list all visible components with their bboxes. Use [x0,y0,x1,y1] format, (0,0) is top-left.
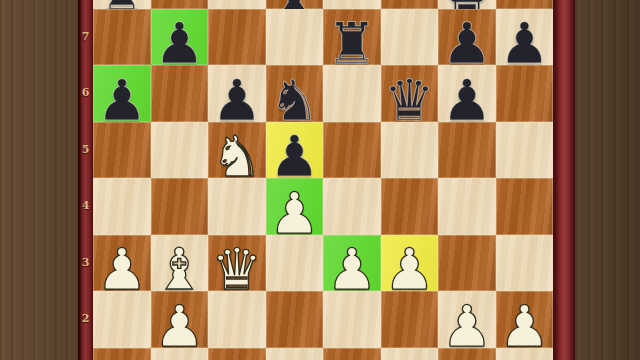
square-d8[interactable]: ♝ [266,0,324,9]
square-e5[interactable] [323,122,381,179]
square-e7[interactable]: ♜ [323,9,381,66]
rank-labels: 765432 [78,0,93,360]
square-a7[interactable] [93,9,151,66]
square-d7[interactable] [266,9,324,66]
white-knight[interactable]: ♞ [211,128,262,185]
white-pawn[interactable]: ♟ [441,298,492,355]
square-d1[interactable] [266,348,324,360]
square-g3[interactable] [438,235,496,292]
square-f5[interactable] [381,122,439,179]
white-pawn[interactable]: ♟ [96,241,147,298]
white-pawn[interactable]: ♟ [269,185,320,242]
square-c7[interactable] [208,9,266,66]
square-b5[interactable] [151,122,209,179]
rank-label-4: 4 [78,199,93,212]
rank-label-7: 7 [78,30,93,43]
rank-label-6: 6 [78,86,93,99]
square-h8[interactable] [496,0,554,9]
square-c4[interactable] [208,178,266,235]
square-e2[interactable] [323,291,381,348]
square-c6[interactable]: ♟ [208,65,266,122]
square-e3[interactable]: ♟ [323,235,381,292]
square-h6[interactable] [496,65,554,122]
square-a5[interactable] [93,122,151,179]
square-e8[interactable] [323,0,381,9]
square-h5[interactable] [496,122,554,179]
black-pawn[interactable]: ♟ [211,72,262,129]
rank-label-2: 2 [78,312,93,325]
black-pawn[interactable]: ♟ [441,15,492,72]
square-g5[interactable] [438,122,496,179]
square-a4[interactable] [93,178,151,235]
black-queen[interactable]: ♛ [384,72,435,129]
square-a3[interactable]: ♟ [93,235,151,292]
square-g4[interactable] [438,178,496,235]
square-e1[interactable] [323,348,381,360]
black-rook[interactable]: ♜ [326,15,377,72]
table-wood-left [0,0,78,360]
rank-label-3: 3 [78,256,93,269]
white-queen[interactable]: ♛ [211,241,262,298]
square-b6[interactable] [151,65,209,122]
white-pawn[interactable]: ♟ [326,241,377,298]
black-pawn[interactable]: ♟ [269,128,320,185]
table-wood-right [575,0,640,360]
black-pawn[interactable]: ♟ [499,15,550,72]
square-g2[interactable]: ♟ [438,291,496,348]
board: ♜♝♚♟♜♟♟♟♟♞♛♟♞♟♟♟♝♛♟♟♟♟♟ [93,0,553,360]
black-knight[interactable]: ♞ [269,72,320,129]
square-d6[interactable]: ♞ [266,65,324,122]
square-g7[interactable]: ♟ [438,9,496,66]
square-h3[interactable] [496,235,554,292]
square-g8[interactable]: ♚ [438,0,496,9]
square-h4[interactable] [496,178,554,235]
square-d5[interactable]: ♟ [266,122,324,179]
black-pawn[interactable]: ♟ [441,72,492,129]
square-c2[interactable] [208,291,266,348]
square-b2[interactable]: ♟ [151,291,209,348]
square-a2[interactable] [93,291,151,348]
square-h1[interactable] [496,348,554,360]
square-d3[interactable] [266,235,324,292]
square-f6[interactable]: ♛ [381,65,439,122]
square-f7[interactable] [381,9,439,66]
white-pawn[interactable]: ♟ [384,241,435,298]
square-h7[interactable]: ♟ [496,9,554,66]
square-b4[interactable] [151,178,209,235]
square-c3[interactable]: ♛ [208,235,266,292]
square-f1[interactable] [381,348,439,360]
square-c1[interactable] [208,348,266,360]
square-f2[interactable] [381,291,439,348]
square-a6[interactable]: ♟ [93,65,151,122]
square-e6[interactable] [323,65,381,122]
square-g6[interactable]: ♟ [438,65,496,122]
square-b3[interactable]: ♝ [151,235,209,292]
board-frame-right [553,0,575,360]
square-f3[interactable]: ♟ [381,235,439,292]
square-b7[interactable]: ♟ [151,9,209,66]
black-pawn[interactable]: ♟ [96,72,147,129]
square-g1[interactable] [438,348,496,360]
rank-label-5: 5 [78,143,93,156]
black-pawn[interactable]: ♟ [154,15,205,72]
square-f8[interactable] [381,0,439,9]
square-d2[interactable] [266,291,324,348]
white-pawn[interactable]: ♟ [499,298,550,355]
white-bishop[interactable]: ♝ [154,241,205,298]
square-h2[interactable]: ♟ [496,291,554,348]
square-c8[interactable] [208,0,266,9]
chess-app-screenshot: ♜♝♚♟♜♟♟♟♟♞♛♟♞♟♟♟♝♛♟♟♟♟♟ 765432 [0,0,640,360]
square-f4[interactable] [381,178,439,235]
square-d4[interactable]: ♟ [266,178,324,235]
square-b8[interactable] [151,0,209,9]
square-a1[interactable] [93,348,151,360]
white-pawn[interactable]: ♟ [154,298,205,355]
square-c5[interactable]: ♞ [208,122,266,179]
square-a8[interactable]: ♜ [93,0,151,9]
square-e4[interactable] [323,178,381,235]
square-b1[interactable] [151,348,209,360]
